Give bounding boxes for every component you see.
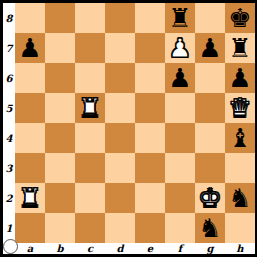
chess-board[interactable]: ♜♚♟♟♟♜♟♟♜♛♝♜♚♞♞ bbox=[15, 3, 255, 243]
square-d5[interactable] bbox=[105, 93, 135, 123]
square-a3[interactable] bbox=[15, 153, 45, 183]
square-c3[interactable] bbox=[75, 153, 105, 183]
file-label-f: f bbox=[165, 243, 195, 254]
black-rook[interactable]: ♜ bbox=[165, 3, 195, 33]
square-g5[interactable] bbox=[195, 93, 225, 123]
square-a5[interactable] bbox=[15, 93, 45, 123]
square-f3[interactable] bbox=[165, 153, 195, 183]
square-c6[interactable] bbox=[75, 63, 105, 93]
square-d2[interactable] bbox=[105, 183, 135, 213]
rank-label-6: 6 bbox=[3, 63, 15, 93]
square-g6[interactable] bbox=[195, 63, 225, 93]
square-e7[interactable] bbox=[135, 33, 165, 63]
square-g8[interactable] bbox=[195, 3, 225, 33]
square-f5[interactable] bbox=[165, 93, 195, 123]
white-to-move-indicator bbox=[3, 239, 18, 254]
black-pawn[interactable]: ♟ bbox=[195, 33, 225, 63]
square-a6[interactable] bbox=[15, 63, 45, 93]
square-a1[interactable] bbox=[15, 213, 45, 243]
rank-label-2: 2 bbox=[3, 183, 15, 213]
rank-labels: 87654321 bbox=[3, 3, 15, 243]
square-f4[interactable] bbox=[165, 123, 195, 153]
square-h5[interactable]: ♛ bbox=[225, 93, 255, 123]
white-rook[interactable]: ♜ bbox=[15, 183, 45, 213]
square-h8[interactable]: ♚ bbox=[225, 3, 255, 33]
square-c1[interactable] bbox=[75, 213, 105, 243]
square-a2[interactable]: ♜ bbox=[15, 183, 45, 213]
square-g3[interactable] bbox=[195, 153, 225, 183]
square-e3[interactable] bbox=[135, 153, 165, 183]
square-b3[interactable] bbox=[45, 153, 75, 183]
black-pawn[interactable]: ♟ bbox=[225, 63, 255, 93]
square-b5[interactable] bbox=[45, 93, 75, 123]
square-c7[interactable] bbox=[75, 33, 105, 63]
square-b8[interactable] bbox=[45, 3, 75, 33]
file-label-h: h bbox=[225, 243, 255, 254]
square-f7[interactable]: ♟ bbox=[165, 33, 195, 63]
square-c5[interactable]: ♜ bbox=[75, 93, 105, 123]
square-a7[interactable]: ♟ bbox=[15, 33, 45, 63]
black-pawn[interactable]: ♟ bbox=[165, 63, 195, 93]
rank-label-5: 5 bbox=[3, 93, 15, 123]
square-g4[interactable] bbox=[195, 123, 225, 153]
square-h6[interactable]: ♟ bbox=[225, 63, 255, 93]
square-c4[interactable] bbox=[75, 123, 105, 153]
black-bishop[interactable]: ♝ bbox=[225, 123, 255, 153]
rank-label-4: 4 bbox=[3, 123, 15, 153]
black-pawn[interactable]: ♟ bbox=[15, 33, 45, 63]
square-d6[interactable] bbox=[105, 63, 135, 93]
white-queen[interactable]: ♛ bbox=[225, 93, 255, 123]
square-d1[interactable] bbox=[105, 213, 135, 243]
square-e2[interactable] bbox=[135, 183, 165, 213]
square-d7[interactable] bbox=[105, 33, 135, 63]
square-h1[interactable] bbox=[225, 213, 255, 243]
file-label-a: a bbox=[15, 243, 45, 254]
file-label-g: g bbox=[195, 243, 225, 254]
rank-label-3: 3 bbox=[3, 153, 15, 183]
square-g1[interactable]: ♞ bbox=[195, 213, 225, 243]
chess-diagram: { "game": "chess", "position": "5r1k/p4P… bbox=[0, 0, 257, 257]
square-f2[interactable] bbox=[165, 183, 195, 213]
file-label-b: b bbox=[45, 243, 75, 254]
file-label-e: e bbox=[135, 243, 165, 254]
black-king[interactable]: ♚ bbox=[225, 3, 255, 33]
square-d3[interactable] bbox=[105, 153, 135, 183]
square-e5[interactable] bbox=[135, 93, 165, 123]
square-b7[interactable] bbox=[45, 33, 75, 63]
square-c8[interactable] bbox=[75, 3, 105, 33]
white-pawn[interactable]: ♟ bbox=[165, 33, 195, 63]
square-h4[interactable]: ♝ bbox=[225, 123, 255, 153]
square-e1[interactable] bbox=[135, 213, 165, 243]
square-a8[interactable] bbox=[15, 3, 45, 33]
black-rook[interactable]: ♜ bbox=[225, 33, 255, 63]
square-c2[interactable] bbox=[75, 183, 105, 213]
square-d8[interactable] bbox=[105, 3, 135, 33]
rank-label-7: 7 bbox=[3, 33, 15, 63]
white-king[interactable]: ♚ bbox=[195, 183, 225, 213]
file-labels: abcdefgh bbox=[15, 243, 255, 254]
square-d4[interactable] bbox=[105, 123, 135, 153]
square-e8[interactable] bbox=[135, 3, 165, 33]
square-f1[interactable] bbox=[165, 213, 195, 243]
black-knight[interactable]: ♞ bbox=[225, 183, 255, 213]
square-g2[interactable]: ♚ bbox=[195, 183, 225, 213]
square-f6[interactable]: ♟ bbox=[165, 63, 195, 93]
square-g7[interactable]: ♟ bbox=[195, 33, 225, 63]
square-e6[interactable] bbox=[135, 63, 165, 93]
square-b4[interactable] bbox=[45, 123, 75, 153]
square-f8[interactable]: ♜ bbox=[165, 3, 195, 33]
square-h2[interactable]: ♞ bbox=[225, 183, 255, 213]
square-b1[interactable] bbox=[45, 213, 75, 243]
file-label-d: d bbox=[105, 243, 135, 254]
square-h3[interactable] bbox=[225, 153, 255, 183]
square-b2[interactable] bbox=[45, 183, 75, 213]
white-rook[interactable]: ♜ bbox=[75, 93, 105, 123]
rank-label-8: 8 bbox=[3, 3, 15, 33]
file-label-c: c bbox=[75, 243, 105, 254]
black-knight[interactable]: ♞ bbox=[195, 213, 225, 243]
square-h7[interactable]: ♜ bbox=[225, 33, 255, 63]
square-b6[interactable] bbox=[45, 63, 75, 93]
square-e4[interactable] bbox=[135, 123, 165, 153]
square-a4[interactable] bbox=[15, 123, 45, 153]
diagram-frame: 87654321 ♜♚♟♟♟♜♟♟♜♛♝♜♚♞♞ abcdefgh bbox=[3, 3, 255, 254]
